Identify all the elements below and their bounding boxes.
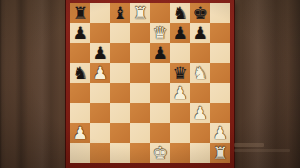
square-c1[interactable] — [110, 143, 130, 163]
piece-black-pawn-a7[interactable]: ♟ — [72, 23, 87, 43]
square-f8[interactable]: ♞ — [170, 3, 190, 23]
square-g5[interactable]: ♞ — [190, 63, 210, 83]
square-g8[interactable]: ♚ — [190, 3, 210, 23]
square-e3[interactable] — [150, 103, 170, 123]
square-b3[interactable] — [90, 103, 110, 123]
piece-black-king-g8[interactable]: ♚ — [192, 3, 207, 23]
square-e5[interactable] — [150, 63, 170, 83]
square-h2[interactable]: ♟ — [210, 123, 230, 143]
square-f1[interactable] — [170, 143, 190, 163]
square-g2[interactable] — [190, 123, 210, 143]
piece-white-knight-g5[interactable]: ♞ — [192, 63, 207, 83]
square-c6[interactable] — [110, 43, 130, 63]
square-a3[interactable] — [70, 103, 90, 123]
square-h1[interactable]: ♜ — [210, 143, 230, 163]
square-e1[interactable]: ♚ — [150, 143, 170, 163]
square-g3[interactable]: ♟ — [190, 103, 210, 123]
piece-black-pawn-e6[interactable]: ♟ — [152, 43, 167, 63]
square-g1[interactable] — [190, 143, 210, 163]
square-h7[interactable] — [210, 23, 230, 43]
piece-black-knight-a5[interactable]: ♞ — [72, 63, 87, 83]
piece-white-queen-e7[interactable]: ♛ — [152, 23, 167, 43]
square-a6[interactable] — [70, 43, 90, 63]
square-f6[interactable] — [170, 43, 190, 63]
piece-white-rook-d8[interactable]: ♜ — [132, 3, 147, 23]
chess-board-frame: ♜♝♜♞♚♟♛♟♟♟♟♞♟♛♞♟♟♟♟♚♜ — [66, 0, 234, 168]
square-c2[interactable] — [110, 123, 130, 143]
square-b7[interactable] — [90, 23, 110, 43]
square-d8[interactable]: ♜ — [130, 3, 150, 23]
square-a1[interactable] — [70, 143, 90, 163]
piece-white-rook-h1[interactable]: ♜ — [212, 143, 227, 163]
square-c3[interactable] — [110, 103, 130, 123]
square-d5[interactable] — [130, 63, 150, 83]
piece-white-pawn-b5[interactable]: ♟ — [92, 63, 107, 83]
square-b5[interactable]: ♟ — [90, 63, 110, 83]
square-e6[interactable]: ♟ — [150, 43, 170, 63]
square-d7[interactable] — [130, 23, 150, 43]
square-c8[interactable]: ♝ — [110, 3, 130, 23]
square-c4[interactable] — [110, 83, 130, 103]
piece-white-pawn-f4[interactable]: ♟ — [172, 83, 187, 103]
square-b2[interactable] — [90, 123, 110, 143]
square-a8[interactable]: ♜ — [70, 3, 90, 23]
square-f2[interactable] — [170, 123, 190, 143]
piece-black-knight-f8[interactable]: ♞ — [172, 3, 187, 23]
square-b6[interactable]: ♟ — [90, 43, 110, 63]
square-d6[interactable] — [130, 43, 150, 63]
piece-white-pawn-g3[interactable]: ♟ — [192, 103, 207, 123]
square-h5[interactable] — [210, 63, 230, 83]
square-e7[interactable]: ♛ — [150, 23, 170, 43]
square-b8[interactable] — [90, 3, 110, 23]
piece-black-queen-f5[interactable]: ♛ — [172, 63, 187, 83]
square-g6[interactable] — [190, 43, 210, 63]
piece-black-pawn-g7[interactable]: ♟ — [192, 23, 207, 43]
square-a2[interactable]: ♟ — [70, 123, 90, 143]
square-b4[interactable] — [90, 83, 110, 103]
piece-black-pawn-f7[interactable]: ♟ — [172, 23, 187, 43]
piece-white-pawn-h2[interactable]: ♟ — [212, 123, 227, 143]
square-g4[interactable] — [190, 83, 210, 103]
square-c7[interactable] — [110, 23, 130, 43]
square-a7[interactable]: ♟ — [70, 23, 90, 43]
square-f5[interactable]: ♛ — [170, 63, 190, 83]
square-a5[interactable]: ♞ — [70, 63, 90, 83]
piece-white-pawn-a2[interactable]: ♟ — [72, 123, 87, 143]
square-b1[interactable] — [90, 143, 110, 163]
square-c5[interactable] — [110, 63, 130, 83]
piece-white-king-e1[interactable]: ♚ — [152, 143, 167, 163]
square-h6[interactable] — [210, 43, 230, 63]
square-e8[interactable] — [150, 3, 170, 23]
screenshot-stage: ♜♝♜♞♚♟♛♟♟♟♟♞♟♛♞♟♟♟♟♚♜ — [0, 0, 300, 168]
square-h4[interactable] — [210, 83, 230, 103]
piece-black-rook-a8[interactable]: ♜ — [72, 3, 87, 23]
piece-black-pawn-b6[interactable]: ♟ — [92, 43, 107, 63]
square-f7[interactable]: ♟ — [170, 23, 190, 43]
square-h8[interactable] — [210, 3, 230, 23]
square-e2[interactable] — [150, 123, 170, 143]
square-f4[interactable]: ♟ — [170, 83, 190, 103]
square-e4[interactable] — [150, 83, 170, 103]
square-d3[interactable] — [130, 103, 150, 123]
square-d4[interactable] — [130, 83, 150, 103]
square-d2[interactable] — [130, 123, 150, 143]
square-a4[interactable] — [70, 83, 90, 103]
square-d1[interactable] — [130, 143, 150, 163]
square-g7[interactable]: ♟ — [190, 23, 210, 43]
piece-black-bishop-c8[interactable]: ♝ — [112, 3, 127, 23]
square-h3[interactable] — [210, 103, 230, 123]
chess-board[interactable]: ♜♝♜♞♚♟♛♟♟♟♟♞♟♛♞♟♟♟♟♚♜ — [70, 3, 230, 163]
square-f3[interactable] — [170, 103, 190, 123]
